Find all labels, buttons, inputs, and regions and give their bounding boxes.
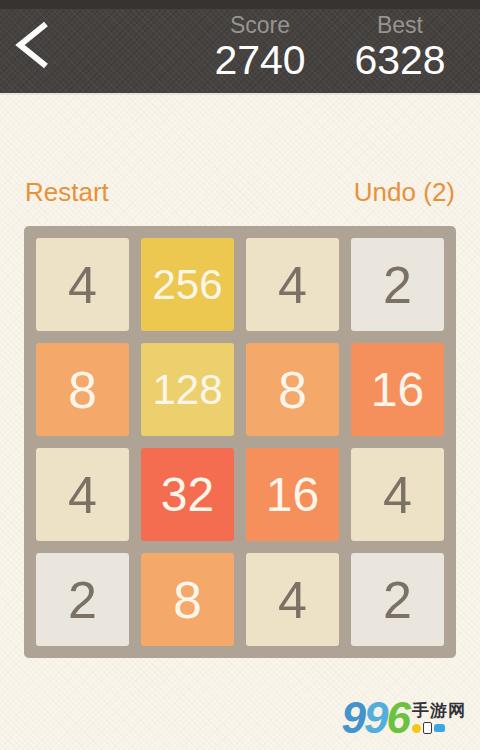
tile-16: 16 xyxy=(246,448,339,541)
tile-8: 8 xyxy=(141,553,234,646)
undo-button[interactable]: Undo (2) xyxy=(354,177,455,208)
car-icon xyxy=(434,724,445,732)
back-button[interactable] xyxy=(0,0,70,93)
score-block: Score 2740 xyxy=(200,11,320,81)
score-panel: Score 2740 Best 6328 xyxy=(200,11,480,81)
tile-8: 8 xyxy=(246,343,339,436)
tile-4: 4 xyxy=(246,238,339,331)
back-chevron-icon xyxy=(12,19,52,74)
score-label: Score xyxy=(200,13,320,38)
pacman-icon xyxy=(412,724,421,733)
logo-digit: 9 xyxy=(364,693,386,742)
tile-4: 4 xyxy=(246,553,339,646)
tile-128: 128 xyxy=(141,343,234,436)
best-label: Best xyxy=(340,13,460,38)
restart-button[interactable]: Restart xyxy=(25,177,109,208)
toolbar: Restart Undo (2) xyxy=(25,176,455,208)
logo-996: 996 xyxy=(342,696,409,740)
tile-32: 32 xyxy=(141,448,234,541)
logo-site-name: 手游网 xyxy=(412,702,466,720)
tile-16: 16 xyxy=(351,343,444,436)
best-block: Best 6328 xyxy=(340,11,460,81)
tile-4: 4 xyxy=(36,238,129,331)
tile-256: 256 xyxy=(141,238,234,331)
score-value: 2740 xyxy=(200,39,320,82)
game-board[interactable]: 42564281288164321642842 xyxy=(24,226,456,658)
logo-digit: 6 xyxy=(387,693,409,742)
tile-2: 2 xyxy=(351,238,444,331)
tile-2: 2 xyxy=(351,553,444,646)
tile-4: 4 xyxy=(351,448,444,541)
tile-4: 4 xyxy=(36,448,129,541)
watermark-logo: 996 手游网 xyxy=(342,696,466,744)
header-bar: Score 2740 Best 6328 xyxy=(0,0,480,95)
tile-8: 8 xyxy=(36,343,129,436)
2048-game-screen: { "game": "2048", "position": [[4,256,4,… xyxy=(0,0,480,750)
phone-icon xyxy=(423,722,432,734)
logo-digit: 9 xyxy=(342,693,364,742)
tile-2: 2 xyxy=(36,553,129,646)
best-value: 6328 xyxy=(340,39,460,82)
